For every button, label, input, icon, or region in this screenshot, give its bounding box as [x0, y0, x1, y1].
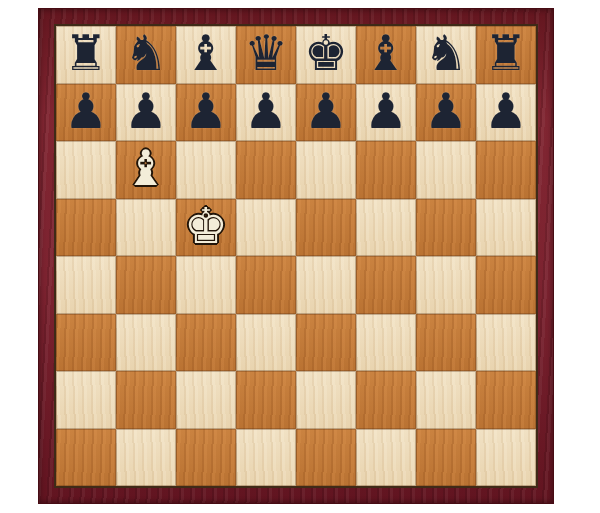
square-c4[interactable]: [176, 256, 236, 314]
square-b6[interactable]: ♝: [116, 141, 176, 199]
square-e4[interactable]: [296, 256, 356, 314]
piece-black-rook: ♜: [64, 29, 108, 78]
square-c5[interactable]: ♚: [176, 199, 236, 257]
piece-black-knight: ♞: [424, 29, 468, 78]
piece-black-pawn: ♟: [184, 87, 228, 136]
square-f3[interactable]: [356, 314, 416, 372]
square-c6[interactable]: [176, 141, 236, 199]
square-e3[interactable]: [296, 314, 356, 372]
square-e5[interactable]: [296, 199, 356, 257]
board-frame: ♜♞♝♛♚♝♞♜♟♟♟♟♟♟♟♟♝♚: [38, 8, 554, 504]
piece-black-pawn: ♟: [424, 87, 468, 136]
square-h6[interactable]: [476, 141, 536, 199]
square-e6[interactable]: [296, 141, 356, 199]
square-a8[interactable]: ♜: [56, 26, 116, 84]
square-h8[interactable]: ♜: [476, 26, 536, 84]
square-a4[interactable]: [56, 256, 116, 314]
square-a5[interactable]: [56, 199, 116, 257]
square-c7[interactable]: ♟: [176, 84, 236, 142]
square-b4[interactable]: [116, 256, 176, 314]
square-f6[interactable]: [356, 141, 416, 199]
square-b2[interactable]: [116, 371, 176, 429]
square-b3[interactable]: [116, 314, 176, 372]
piece-black-pawn: ♟: [244, 87, 288, 136]
square-f2[interactable]: [356, 371, 416, 429]
square-d5[interactable]: [236, 199, 296, 257]
square-f4[interactable]: [356, 256, 416, 314]
piece-black-pawn: ♟: [364, 87, 408, 136]
square-a7[interactable]: ♟: [56, 84, 116, 142]
square-a1[interactable]: [56, 429, 116, 487]
square-h2[interactable]: [476, 371, 536, 429]
square-e2[interactable]: [296, 371, 356, 429]
square-g1[interactable]: [416, 429, 476, 487]
piece-black-knight: ♞: [124, 29, 168, 78]
square-g6[interactable]: [416, 141, 476, 199]
square-g3[interactable]: [416, 314, 476, 372]
piece-white-bishop: ♝: [124, 144, 168, 193]
square-h4[interactable]: [476, 256, 536, 314]
square-d3[interactable]: [236, 314, 296, 372]
chess-board: ♜♞♝♛♚♝♞♜♟♟♟♟♟♟♟♟♝♚: [54, 24, 538, 488]
square-f7[interactable]: ♟: [356, 84, 416, 142]
square-b7[interactable]: ♟: [116, 84, 176, 142]
square-c1[interactable]: [176, 429, 236, 487]
square-d8[interactable]: ♛: [236, 26, 296, 84]
square-c3[interactable]: [176, 314, 236, 372]
square-h1[interactable]: [476, 429, 536, 487]
square-b1[interactable]: [116, 429, 176, 487]
square-e7[interactable]: ♟: [296, 84, 356, 142]
piece-black-queen: ♛: [244, 29, 288, 78]
square-h7[interactable]: ♟: [476, 84, 536, 142]
piece-black-king: ♚: [304, 29, 348, 78]
square-f8[interactable]: ♝: [356, 26, 416, 84]
square-d7[interactable]: ♟: [236, 84, 296, 142]
square-g8[interactable]: ♞: [416, 26, 476, 84]
piece-black-pawn: ♟: [304, 87, 348, 136]
square-a3[interactable]: [56, 314, 116, 372]
square-g7[interactable]: ♟: [416, 84, 476, 142]
square-b8[interactable]: ♞: [116, 26, 176, 84]
piece-black-bishop: ♝: [184, 29, 228, 78]
piece-white-king: ♚: [184, 202, 228, 251]
piece-black-bishop: ♝: [364, 29, 408, 78]
square-e1[interactable]: [296, 429, 356, 487]
square-g4[interactable]: [416, 256, 476, 314]
square-d2[interactable]: [236, 371, 296, 429]
square-g5[interactable]: [416, 199, 476, 257]
square-h3[interactable]: [476, 314, 536, 372]
square-g2[interactable]: [416, 371, 476, 429]
square-c2[interactable]: [176, 371, 236, 429]
square-d1[interactable]: [236, 429, 296, 487]
square-d4[interactable]: [236, 256, 296, 314]
square-a6[interactable]: [56, 141, 116, 199]
piece-black-pawn: ♟: [64, 87, 108, 136]
square-f5[interactable]: [356, 199, 416, 257]
square-b5[interactable]: [116, 199, 176, 257]
square-d6[interactable]: [236, 141, 296, 199]
piece-black-pawn: ♟: [484, 87, 528, 136]
chess-diagram: ♜♞♝♛♚♝♞♜♟♟♟♟♟♟♟♟♝♚: [0, 0, 600, 513]
square-h5[interactable]: [476, 199, 536, 257]
piece-black-pawn: ♟: [124, 87, 168, 136]
square-f1[interactable]: [356, 429, 416, 487]
square-c8[interactable]: ♝: [176, 26, 236, 84]
square-a2[interactable]: [56, 371, 116, 429]
square-e8[interactable]: ♚: [296, 26, 356, 84]
piece-black-rook: ♜: [484, 29, 528, 78]
